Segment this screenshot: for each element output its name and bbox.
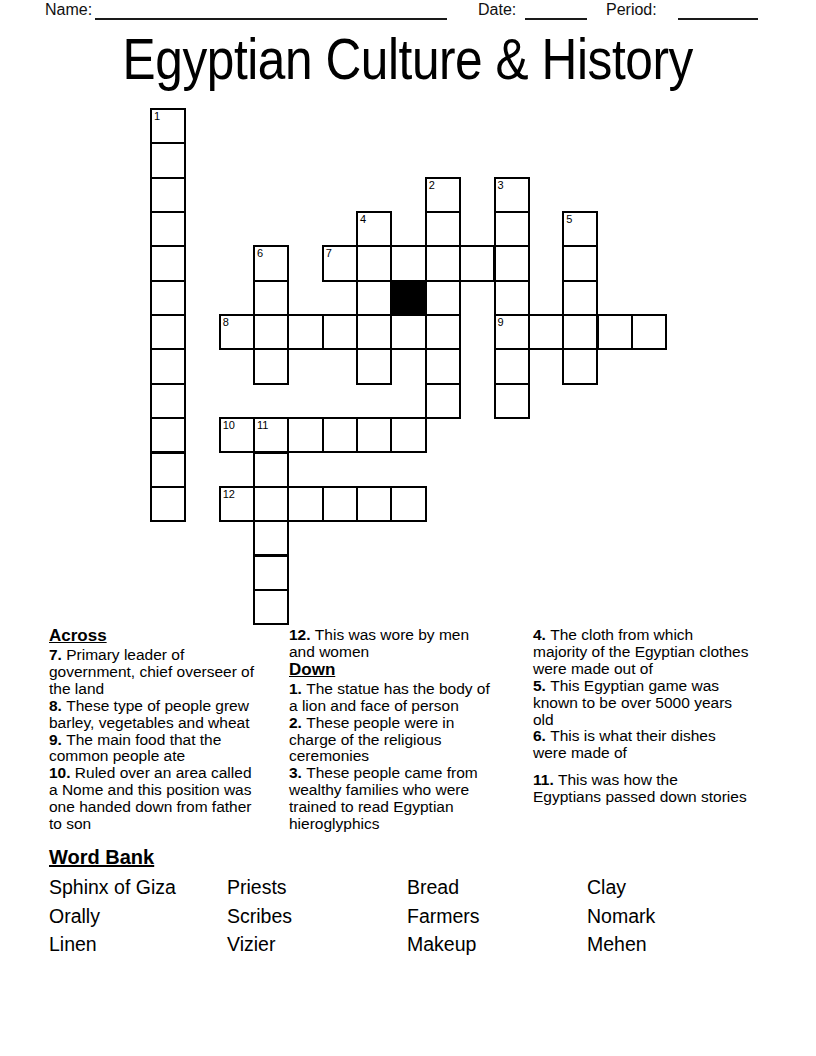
clue-1: 1. The statue has the body of a lion and… — [289, 681, 498, 715]
word-bank-word: Sphinx of Giza — [49, 873, 227, 902]
grid-cell-r6c11[interactable] — [528, 314, 564, 350]
word-bank-word: Bread — [407, 873, 587, 902]
clue-12: 12. This was wore by men and women — [289, 627, 498, 661]
grid-cell-r4c12[interactable] — [562, 245, 598, 281]
clue-number-3: 3 — [498, 179, 504, 191]
period-label: Period: — [606, 1, 657, 19]
grid-cell-r13c3[interactable] — [253, 555, 289, 591]
grid-cell-r9c5[interactable] — [322, 417, 358, 453]
grid-cell-r4c0[interactable] — [150, 245, 186, 281]
clue-number-6: 6 — [257, 247, 263, 259]
date-input-line[interactable] — [525, 18, 587, 20]
grid-cell-r1c0[interactable] — [150, 142, 186, 178]
word-bank-word: Clay — [587, 873, 767, 902]
grid-cell-r2c10[interactable]: 3 — [494, 177, 530, 213]
clue-7: 7. Primary leader of government, chief o… — [49, 647, 262, 698]
grid-cell-r9c6[interactable] — [356, 417, 392, 453]
grid-cell-r11c0[interactable] — [150, 486, 186, 522]
period-input-line[interactable] — [678, 18, 758, 20]
grid-cell-r4c9[interactable] — [459, 245, 495, 281]
grid-cell-r3c12[interactable]: 5 — [562, 211, 598, 247]
across-heading: Across — [49, 627, 262, 645]
word-bank-word: Mehen — [587, 930, 767, 959]
clue-9: 9. The main food that the common people … — [49, 732, 262, 766]
word-bank-word: Vizier — [227, 930, 407, 959]
grid-cell-r6c0[interactable] — [150, 314, 186, 350]
clue-number-12: 12 — [223, 488, 235, 500]
grid-cell-r9c7[interactable] — [390, 417, 426, 453]
grid-cell-r3c6[interactable]: 4 — [356, 211, 392, 247]
grid-cell-r10c3[interactable] — [253, 452, 289, 488]
grid-cell-r10c0[interactable] — [150, 452, 186, 488]
grid-cell-r4c6[interactable] — [356, 245, 392, 281]
word-bank-word: Scribes — [227, 902, 407, 931]
grid-cell-r4c10[interactable] — [494, 245, 530, 281]
grid-cell-r6c2[interactable]: 8 — [219, 314, 255, 350]
grid-cell-r7c10[interactable] — [494, 348, 530, 384]
grid-cell-r7c8[interactable] — [425, 348, 461, 384]
grid-cell-r6c8[interactable] — [425, 314, 461, 350]
clue-2: 2. These people were in charge of the re… — [289, 715, 498, 766]
worksheet-page: Name: Date: Period: Egyptian Culture & H… — [0, 0, 816, 1056]
grid-cell-r5c10[interactable] — [494, 280, 530, 316]
name-input-line[interactable] — [95, 18, 447, 20]
grid-cell-r9c3[interactable]: 11 — [253, 417, 289, 453]
grid-cell-r6c6[interactable] — [356, 314, 392, 350]
grid-cell-r3c8[interactable] — [425, 211, 461, 247]
clue-number-10: 10 — [223, 419, 235, 431]
crossword-grid: 123456789101112 — [150, 108, 670, 628]
grid-cell-r7c3[interactable] — [253, 348, 289, 384]
clue-number-7: 7 — [326, 247, 332, 259]
clue-6: 6. This is what their dishes were made o… — [533, 728, 749, 762]
word-bank-list: Sphinx of GizaPriestsBreadClayOrallyScri… — [49, 873, 767, 959]
grid-cell-r9c4[interactable] — [287, 417, 323, 453]
grid-cell-r11c4[interactable] — [287, 486, 323, 522]
grid-cell-r6c3[interactable] — [253, 314, 289, 350]
grid-cell-r11c5[interactable] — [322, 486, 358, 522]
grid-cell-r2c8[interactable]: 2 — [425, 177, 461, 213]
clue-number-11: 11 — [257, 419, 268, 431]
grid-cell-r8c10[interactable] — [494, 383, 530, 419]
clue-number-1: 1 — [154, 110, 160, 122]
clue-11: 11. This was how the Egyptians passed do… — [533, 772, 749, 806]
word-bank-word: Linen — [49, 930, 227, 959]
grid-cell-r11c3[interactable] — [253, 486, 289, 522]
grid-cell-r11c7[interactable] — [390, 486, 426, 522]
grid-cell-r4c3[interactable]: 6 — [253, 245, 289, 281]
grid-cell-r6c10[interactable]: 9 — [494, 314, 530, 350]
clue-number-4: 4 — [360, 213, 366, 225]
grid-cell-r4c5[interactable]: 7 — [322, 245, 358, 281]
blocked-cell-r5c7 — [390, 280, 426, 316]
grid-cell-r8c8[interactable] — [425, 383, 461, 419]
word-bank-word: Orally — [49, 902, 227, 931]
grid-cell-r5c6[interactable] — [356, 280, 392, 316]
clue-4: 4. The cloth from which majority of the … — [533, 627, 749, 678]
word-bank-word: Farmers — [407, 902, 587, 931]
down-heading: Down — [289, 661, 498, 679]
word-bank-heading: Word Bank — [49, 845, 154, 869]
grid-cell-r11c6[interactable] — [356, 486, 392, 522]
clue-number-5: 5 — [566, 213, 572, 225]
clues-column-down: 4. The cloth from which majority of the … — [533, 627, 749, 806]
grid-cell-r5c8[interactable] — [425, 280, 461, 316]
word-bank-word: Makeup — [407, 930, 587, 959]
name-label: Name: — [45, 1, 92, 19]
grid-cell-r9c0[interactable] — [150, 417, 186, 453]
clues-column-across: Across7. Primary leader of government, c… — [49, 627, 262, 833]
grid-cell-r7c12[interactable] — [562, 348, 598, 384]
date-label: Date: — [478, 1, 516, 19]
grid-cell-r5c12[interactable] — [562, 280, 598, 316]
grid-cell-r7c6[interactable] — [356, 348, 392, 384]
grid-cell-r14c3[interactable] — [253, 589, 289, 625]
grid-cell-r7c0[interactable] — [150, 348, 186, 384]
page-title-text: Egyptian Culture & History — [123, 27, 693, 91]
clue-8: 8. These type of people grew barley, veg… — [49, 698, 262, 732]
grid-cell-r5c0[interactable] — [150, 280, 186, 316]
grid-cell-r8c0[interactable] — [150, 383, 186, 419]
grid-cell-r6c14[interactable] — [631, 314, 667, 350]
grid-cell-r5c3[interactable] — [253, 280, 289, 316]
grid-cell-r3c0[interactable] — [150, 211, 186, 247]
page-title: Egyptian Culture & History — [0, 27, 816, 91]
clue-10: 10. Ruled over an area called a Nome and… — [49, 765, 262, 833]
grid-cell-r4c7[interactable] — [390, 245, 426, 281]
grid-cell-r2c0[interactable] — [150, 177, 186, 213]
grid-cell-r6c12[interactable] — [562, 314, 598, 350]
grid-cell-r6c13[interactable] — [597, 314, 633, 350]
clue-3: 3. These people came from wealthy famili… — [289, 765, 498, 833]
grid-cell-r3c10[interactable] — [494, 211, 530, 247]
clues-column-middle: 12. This was wore by men and womenDown1.… — [289, 627, 498, 833]
clue-number-2: 2 — [429, 179, 435, 191]
grid-cell-r6c5[interactable] — [322, 314, 358, 350]
clue-number-8: 8 — [223, 316, 229, 328]
grid-cell-r6c4[interactable] — [287, 314, 323, 350]
grid-cell-r4c8[interactable] — [425, 245, 461, 281]
clue-number-9: 9 — [498, 316, 504, 328]
grid-cell-r9c2[interactable]: 10 — [219, 417, 255, 453]
grid-cell-r0c0[interactable]: 1 — [150, 108, 186, 144]
clue-5: 5. This Egyptian game was known to be ov… — [533, 678, 749, 729]
word-bank-word: Nomark — [587, 902, 767, 931]
word-bank-word: Priests — [227, 873, 407, 902]
grid-cell-r11c2[interactable]: 12 — [219, 486, 255, 522]
grid-cell-r6c7[interactable] — [390, 314, 426, 350]
grid-cell-r12c3[interactable] — [253, 520, 289, 556]
